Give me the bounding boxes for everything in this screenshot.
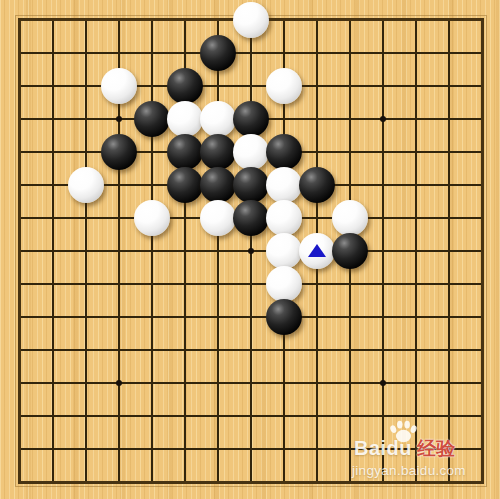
board-frame [18,18,484,484]
white-stone [233,2,269,38]
black-stone [200,167,236,203]
black-stone [266,134,302,170]
black-stone [200,35,236,71]
white-stone [101,68,137,104]
black-stone [332,233,368,269]
black-stone [233,101,269,137]
white-stone [233,134,269,170]
white-stone [200,101,236,137]
black-stone [266,299,302,335]
black-stone [167,167,203,203]
black-stone [101,134,137,170]
white-stone [68,167,104,203]
white-stone [200,200,236,236]
white-stone [266,167,302,203]
white-stone [134,200,170,236]
white-stone [266,233,302,269]
go-board: Baidu经验 jingyan.baidu.com [0,0,500,499]
last-move-triangle-marker-icon [308,244,326,257]
black-stone [233,200,269,236]
black-stone [167,134,203,170]
black-stone [167,68,203,104]
white-stone [299,233,335,269]
white-stone [167,101,203,137]
white-stone [266,68,302,104]
black-stone [299,167,335,203]
white-stone [332,200,368,236]
white-stone [266,200,302,236]
black-stone [200,134,236,170]
white-stone [266,266,302,302]
black-stone [134,101,170,137]
black-stone [233,167,269,203]
